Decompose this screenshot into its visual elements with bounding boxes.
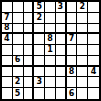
- sudoku-cell-r8c8[interactable]: [77, 77, 88, 88]
- sudoku-cell-r4c3[interactable]: [24, 34, 35, 45]
- sudoku-board: 53272848716842356: [0, 0, 101, 101]
- sudoku-cell-r6c6[interactable]: [56, 56, 67, 67]
- sudoku-cell-r7c8[interactable]: [77, 67, 88, 78]
- sudoku-cell-r1c6[interactable]: 3: [56, 2, 67, 13]
- sudoku-cell-r9c7[interactable]: 6: [67, 88, 78, 99]
- sudoku-cell-r4c4[interactable]: [34, 34, 45, 45]
- sudoku-cell-r6c2[interactable]: 6: [13, 56, 24, 67]
- sudoku-cell-r1c4[interactable]: 5: [34, 2, 45, 13]
- sudoku-cell-r3c7[interactable]: [67, 24, 78, 35]
- sudoku-cell-r5c2[interactable]: [13, 45, 24, 56]
- sudoku-cell-r9c9[interactable]: [88, 88, 99, 99]
- sudoku-cell-r5c9[interactable]: [88, 45, 99, 56]
- sudoku-cell-r1c2[interactable]: [13, 2, 24, 13]
- sudoku-cell-r6c4[interactable]: [34, 56, 45, 67]
- sudoku-cell-r5c7[interactable]: [67, 45, 78, 56]
- sudoku-cell-r2c4[interactable]: 2: [34, 13, 45, 24]
- sudoku-cell-r5c3[interactable]: [24, 45, 35, 56]
- sudoku-cell-r5c5[interactable]: 1: [45, 45, 56, 56]
- sudoku-cell-r7c5[interactable]: [45, 67, 56, 78]
- sudoku-cell-r7c7[interactable]: 8: [67, 67, 78, 78]
- sudoku-cell-r9c5[interactable]: [45, 88, 56, 99]
- sudoku-cell-r1c5[interactable]: [45, 2, 56, 13]
- sudoku-cell-r2c1[interactable]: 7: [2, 13, 13, 24]
- sudoku-cell-r9c6[interactable]: [56, 88, 67, 99]
- sudoku-cell-r7c3[interactable]: [24, 67, 35, 78]
- sudoku-cell-r6c8[interactable]: [77, 56, 88, 67]
- sudoku-cell-r6c5[interactable]: [45, 56, 56, 67]
- sudoku-cell-r4c2[interactable]: [13, 34, 24, 45]
- sudoku-cell-r5c4[interactable]: [34, 45, 45, 56]
- sudoku-cell-r9c2[interactable]: 5: [13, 88, 24, 99]
- sudoku-cell-r4c6[interactable]: [56, 34, 67, 45]
- sudoku-cell-r5c1[interactable]: [2, 45, 13, 56]
- sudoku-cell-r1c8[interactable]: 2: [77, 2, 88, 13]
- sudoku-cell-r6c9[interactable]: [88, 56, 99, 67]
- sudoku-cell-r7c4[interactable]: [34, 67, 45, 78]
- sudoku-cell-r8c2[interactable]: 2: [13, 77, 24, 88]
- sudoku-cell-r4c1[interactable]: 4: [2, 34, 13, 45]
- sudoku-cell-r3c3[interactable]: [24, 24, 35, 35]
- sudoku-cell-r2c5[interactable]: [45, 13, 56, 24]
- sudoku-cell-r2c8[interactable]: [77, 13, 88, 24]
- sudoku-cell-r6c3[interactable]: [24, 56, 35, 67]
- sudoku-cell-r7c2[interactable]: [13, 67, 24, 78]
- sudoku-cell-r2c9[interactable]: [88, 13, 99, 24]
- sudoku-cell-r7c6[interactable]: [56, 67, 67, 78]
- sudoku-cell-r8c4[interactable]: 3: [34, 77, 45, 88]
- sudoku-cell-r8c7[interactable]: [67, 77, 78, 88]
- sudoku-cell-r3c2[interactable]: [13, 24, 24, 35]
- sudoku-cell-r4c7[interactable]: 7: [67, 34, 78, 45]
- sudoku-cell-r9c4[interactable]: [34, 88, 45, 99]
- sudoku-cell-r3c4[interactable]: [34, 24, 45, 35]
- sudoku-cell-r5c6[interactable]: [56, 45, 67, 56]
- sudoku-cell-r2c2[interactable]: [13, 13, 24, 24]
- sudoku-cell-r3c5[interactable]: [45, 24, 56, 35]
- sudoku-cell-r8c6[interactable]: [56, 77, 67, 88]
- sudoku-cell-r7c1[interactable]: [2, 67, 13, 78]
- sudoku-cell-r1c1[interactable]: [2, 2, 13, 13]
- sudoku-cell-r2c3[interactable]: [24, 13, 35, 24]
- sudoku-cell-r8c5[interactable]: [45, 77, 56, 88]
- sudoku-cell-r4c8[interactable]: [77, 34, 88, 45]
- sudoku-cell-r8c3[interactable]: [24, 77, 35, 88]
- sudoku-cell-r5c8[interactable]: [77, 45, 88, 56]
- sudoku-cell-r6c1[interactable]: [2, 56, 13, 67]
- sudoku-cell-r3c6[interactable]: [56, 24, 67, 35]
- sudoku-cell-r3c1[interactable]: 8: [2, 24, 13, 35]
- sudoku-cell-r7c9[interactable]: 4: [88, 67, 99, 78]
- sudoku-cell-r6c7[interactable]: [67, 56, 78, 67]
- sudoku-cell-r1c9[interactable]: [88, 2, 99, 13]
- sudoku-cell-r3c9[interactable]: [88, 24, 99, 35]
- sudoku-cell-r2c6[interactable]: [56, 13, 67, 24]
- sudoku-cell-r4c5[interactable]: 8: [45, 34, 56, 45]
- sudoku-cell-r2c7[interactable]: [67, 13, 78, 24]
- sudoku-cell-r4c9[interactable]: [88, 34, 99, 45]
- sudoku-cell-r8c9[interactable]: [88, 77, 99, 88]
- sudoku-cell-r9c8[interactable]: [77, 88, 88, 99]
- sudoku-cell-r8c1[interactable]: [2, 77, 13, 88]
- sudoku-cell-r9c1[interactable]: [2, 88, 13, 99]
- sudoku-cell-r9c3[interactable]: [24, 88, 35, 99]
- sudoku-cell-r1c7[interactable]: [67, 2, 78, 13]
- sudoku-cell-r3c8[interactable]: [77, 24, 88, 35]
- sudoku-cell-r1c3[interactable]: [24, 2, 35, 13]
